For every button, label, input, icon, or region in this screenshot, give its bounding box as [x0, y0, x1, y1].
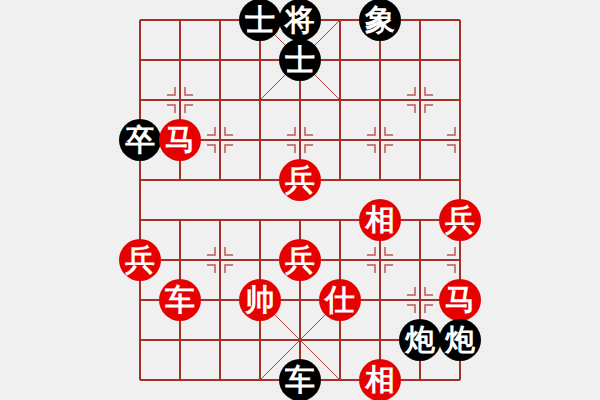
piece-black-cannon[interactable]: 炮: [399, 319, 441, 361]
piece-red-pawn[interactable]: 兵: [119, 239, 161, 281]
piece-black-advisor[interactable]: 士: [239, 0, 281, 41]
piece-red-pawn[interactable]: 兵: [439, 199, 481, 241]
piece-red-horse[interactable]: 马: [439, 279, 481, 321]
pieces-layer: 士将象士卒马兵相兵兵兵车帅仕马炮炮车相: [0, 0, 600, 400]
piece-red-elephant[interactable]: 相: [359, 359, 401, 400]
piece-red-horse[interactable]: 马: [159, 119, 201, 161]
piece-black-cannon[interactable]: 炮: [439, 319, 481, 361]
piece-red-pawn[interactable]: 兵: [279, 159, 321, 201]
piece-black-rook[interactable]: 车: [279, 359, 321, 400]
piece-black-king[interactable]: 将: [279, 0, 321, 41]
piece-red-advisor[interactable]: 仕: [319, 279, 361, 321]
piece-red-pawn[interactable]: 兵: [279, 239, 321, 281]
piece-red-rook[interactable]: 车: [159, 279, 201, 321]
piece-black-pawn[interactable]: 卒: [119, 119, 161, 161]
piece-red-elephant[interactable]: 相: [359, 199, 401, 241]
piece-black-advisor[interactable]: 士: [279, 39, 321, 81]
xiangqi-board: 士将象士卒马兵相兵兵兵车帅仕马炮炮车相: [0, 0, 600, 400]
piece-black-elephant[interactable]: 象: [359, 0, 401, 41]
piece-red-king[interactable]: 帅: [239, 279, 281, 321]
